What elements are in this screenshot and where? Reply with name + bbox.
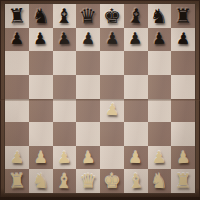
square-b4[interactable] (29, 99, 53, 123)
square-a3[interactable] (5, 122, 29, 146)
black-king-e8: ♚ (102, 5, 121, 26)
black-pawn-f7: ♟ (128, 31, 143, 47)
square-d3[interactable] (76, 122, 100, 146)
square-a5[interactable] (5, 75, 29, 99)
square-c5[interactable] (53, 75, 77, 99)
black-pawn-g7: ♟ (152, 31, 167, 48)
square-a7[interactable]: ♟ (5, 28, 29, 52)
white-pawn-b2: ♟ (33, 150, 47, 166)
square-d8[interactable]: ♛ (76, 4, 100, 28)
square-g7[interactable]: ♟ (148, 28, 172, 52)
square-g3[interactable] (148, 122, 172, 146)
black-pawn-h7: ♟ (175, 31, 190, 48)
black-bishop-c8: ♝ (55, 6, 73, 26)
square-a1[interactable]: ♜ (5, 169, 29, 193)
square-d5[interactable] (76, 75, 100, 99)
square-f4[interactable] (124, 99, 148, 123)
square-h7[interactable]: ♟ (171, 28, 195, 52)
square-c4[interactable] (53, 99, 77, 123)
square-g4[interactable] (148, 99, 172, 123)
white-knight-b1: ♞ (31, 171, 50, 192)
black-pawn-b7: ♟ (33, 31, 48, 47)
square-h6[interactable] (171, 51, 195, 75)
black-pawn-e7: ♟ (105, 31, 120, 47)
white-bishop-c1: ♝ (55, 171, 74, 192)
square-h8[interactable]: ♜ (171, 4, 195, 28)
square-b2[interactable]: ♟ (29, 146, 53, 170)
square-g1[interactable]: ♞ (148, 169, 172, 193)
square-d6[interactable] (76, 51, 100, 75)
square-e5[interactable] (100, 75, 124, 99)
square-b3[interactable] (29, 122, 53, 146)
white-pawn-c2: ♟ (57, 149, 72, 165)
square-f5[interactable] (124, 75, 148, 99)
white-king-e1: ♚ (103, 171, 122, 192)
black-pawn-c7: ♟ (57, 31, 72, 48)
square-e6[interactable] (100, 51, 124, 75)
square-b6[interactable] (29, 51, 53, 75)
square-d7[interactable]: ♟ (76, 28, 100, 52)
square-f6[interactable] (124, 51, 148, 75)
white-pawn-a2: ♟ (9, 149, 24, 165)
black-rook-h8: ♜ (174, 6, 192, 26)
square-a6[interactable] (5, 51, 29, 75)
square-d1[interactable]: ♛ (76, 169, 100, 193)
square-e3[interactable] (100, 122, 124, 146)
black-knight-g8: ♞ (150, 6, 169, 27)
black-bishop-f8: ♝ (126, 5, 145, 26)
chess-board-photo: ♜♞♝♛♚♝♞♜♟♟♟♟♟♟♟♟♟♟♟♟♟♟♟♟♜♞♝♛♚♝♞♜ (0, 0, 200, 200)
white-rook-a1: ♜ (7, 171, 26, 192)
square-c1[interactable]: ♝ (53, 169, 77, 193)
square-e7[interactable]: ♟ (100, 28, 124, 52)
square-g6[interactable] (148, 51, 172, 75)
white-knight-g1: ♞ (150, 171, 169, 192)
square-b5[interactable] (29, 75, 53, 99)
square-g5[interactable] (148, 75, 172, 99)
square-h5[interactable] (171, 75, 195, 99)
black-queen-d8: ♛ (79, 6, 97, 26)
white-pawn-g2: ♟ (152, 149, 167, 165)
chess-board: ♜♞♝♛♚♝♞♜♟♟♟♟♟♟♟♟♟♟♟♟♟♟♟♟♜♞♝♛♚♝♞♜ (5, 4, 195, 193)
square-b1[interactable]: ♞ (29, 169, 53, 193)
square-a4[interactable] (5, 99, 29, 123)
square-f3[interactable] (124, 122, 148, 146)
square-e8[interactable]: ♚ (100, 4, 124, 28)
white-pawn-h2: ♟ (176, 149, 191, 166)
square-f7[interactable]: ♟ (124, 28, 148, 52)
square-c8[interactable]: ♝ (53, 4, 77, 28)
square-b8[interactable]: ♞ (29, 4, 53, 28)
square-b7[interactable]: ♟ (29, 28, 53, 52)
square-f8[interactable]: ♝ (124, 4, 148, 28)
black-pawn-a7: ♟ (10, 31, 24, 47)
white-pawn-f2: ♟ (128, 149, 143, 165)
square-c3[interactable] (53, 122, 77, 146)
black-knight-b8: ♞ (31, 5, 50, 26)
white-pawn-e4: ♟ (104, 102, 119, 119)
square-a8[interactable]: ♜ (5, 4, 29, 28)
black-pawn-d7: ♟ (81, 31, 96, 48)
square-c2[interactable]: ♟ (53, 146, 77, 170)
square-f1[interactable]: ♝ (124, 169, 148, 193)
square-h2[interactable]: ♟ (171, 146, 195, 170)
square-e4[interactable]: ♟ (100, 99, 124, 123)
frame-bottom-edge (0, 197, 200, 200)
square-a2[interactable]: ♟ (5, 146, 29, 170)
white-queen-d1: ♛ (79, 171, 97, 191)
square-h3[interactable] (171, 122, 195, 146)
white-pawn-d2: ♟ (80, 149, 95, 166)
square-d4[interactable] (76, 99, 100, 123)
square-c6[interactable] (53, 51, 77, 75)
square-f2[interactable]: ♟ (124, 146, 148, 170)
white-bishop-f1: ♝ (126, 171, 145, 192)
square-d2[interactable]: ♟ (76, 146, 100, 170)
black-rook-a8: ♜ (7, 5, 26, 26)
square-e2[interactable] (100, 146, 124, 170)
square-g2[interactable]: ♟ (148, 146, 172, 170)
square-e1[interactable]: ♚ (100, 169, 124, 193)
square-h4[interactable] (171, 99, 195, 123)
square-h1[interactable]: ♜ (171, 169, 195, 193)
square-c7[interactable]: ♟ (53, 28, 77, 52)
square-g8[interactable]: ♞ (148, 4, 172, 28)
white-rook-h1: ♜ (174, 171, 192, 191)
